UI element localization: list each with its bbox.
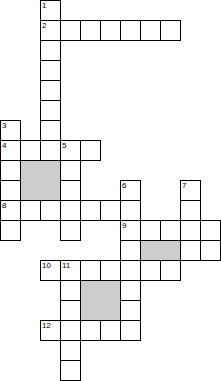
grid-cell[interactable]: 7 xyxy=(180,180,201,201)
clue-number: 3 xyxy=(2,121,6,130)
clue-number: 4 xyxy=(2,141,6,150)
grid-cell[interactable] xyxy=(80,200,101,221)
grid-cell[interactable] xyxy=(80,260,101,281)
grid-cell[interactable] xyxy=(60,360,81,381)
grid-cell[interactable] xyxy=(100,320,121,341)
grid-cell[interactable] xyxy=(100,200,121,221)
grid-cell[interactable] xyxy=(40,120,61,141)
grid-cell[interactable]: 6 xyxy=(120,180,141,201)
grid-cell[interactable] xyxy=(100,20,121,41)
grid-cell[interactable] xyxy=(60,280,81,301)
clue-number: 5 xyxy=(62,141,66,150)
grid-cell[interactable] xyxy=(40,100,61,121)
grid-cell[interactable] xyxy=(160,220,181,241)
grid-cell[interactable]: 12 xyxy=(40,320,61,341)
clue-number: 7 xyxy=(182,181,186,190)
grid-cell[interactable] xyxy=(20,140,41,161)
grid-cell[interactable] xyxy=(40,40,61,61)
grid-cell[interactable] xyxy=(120,280,141,301)
grid-cell[interactable] xyxy=(140,260,161,281)
grid-cell[interactable] xyxy=(20,200,41,221)
grid-cell[interactable] xyxy=(200,220,221,241)
grid-cell[interactable] xyxy=(120,260,141,281)
grid-cell[interactable] xyxy=(40,60,61,81)
grid-cell[interactable] xyxy=(180,220,201,241)
clue-number: 8 xyxy=(2,201,6,210)
grid-cell[interactable] xyxy=(0,220,21,241)
grid-cell[interactable]: 3 xyxy=(0,120,21,141)
grid-cell[interactable] xyxy=(60,220,81,241)
grid-cell[interactable] xyxy=(160,20,181,41)
grid-cell[interactable] xyxy=(0,160,21,181)
grid-cell[interactable] xyxy=(200,240,221,261)
grid-cell[interactable] xyxy=(120,200,141,221)
clue-number: 12 xyxy=(42,321,51,330)
grid-cell[interactable] xyxy=(120,300,141,321)
clue-number: 9 xyxy=(122,221,126,230)
clue-number: 11 xyxy=(62,261,70,270)
grid-cell[interactable]: 10 xyxy=(40,260,61,281)
grid-cell[interactable] xyxy=(60,300,81,321)
grid-cell[interactable] xyxy=(180,240,201,261)
grid-cell[interactable] xyxy=(140,20,161,41)
grid-cell[interactable] xyxy=(40,200,61,221)
shaded-block xyxy=(140,240,181,261)
grid-cell[interactable] xyxy=(60,200,81,221)
grid-cell[interactable]: 8 xyxy=(0,200,21,221)
grid-cell[interactable] xyxy=(40,80,61,101)
grid-cell[interactable] xyxy=(80,20,101,41)
grid-cell[interactable]: 9 xyxy=(120,220,141,241)
clue-number: 6 xyxy=(122,181,126,190)
clue-number: 1 xyxy=(42,1,46,10)
grid-cell[interactable] xyxy=(0,180,21,201)
grid-cell[interactable] xyxy=(140,220,161,241)
grid-cell[interactable] xyxy=(120,20,141,41)
grid-cell[interactable] xyxy=(40,140,61,161)
grid-cell[interactable] xyxy=(60,180,81,201)
grid-cell[interactable] xyxy=(60,320,81,341)
grid-cell[interactable]: 5 xyxy=(60,140,81,161)
grid-cell[interactable]: 11 xyxy=(60,260,81,281)
grid-cell[interactable] xyxy=(160,260,181,281)
shaded-block xyxy=(20,160,61,201)
clue-number: 10 xyxy=(42,261,51,270)
shaded-block xyxy=(80,280,121,321)
clue-number: 2 xyxy=(42,21,46,30)
grid-cell[interactable]: 2 xyxy=(40,20,61,41)
crossword-grid: 123456789101112 xyxy=(0,0,221,381)
grid-cell[interactable] xyxy=(60,20,81,41)
grid-cell[interactable]: 4 xyxy=(0,140,21,161)
grid-cell[interactable] xyxy=(60,340,81,361)
grid-cell[interactable] xyxy=(80,140,101,161)
grid-cell[interactable] xyxy=(100,260,121,281)
grid-cell[interactable] xyxy=(120,240,141,261)
grid-cell[interactable] xyxy=(80,320,101,341)
grid-cell[interactable]: 1 xyxy=(40,0,61,21)
grid-cell[interactable] xyxy=(60,160,81,181)
grid-cell[interactable] xyxy=(120,320,141,341)
grid-cell[interactable] xyxy=(180,200,201,221)
